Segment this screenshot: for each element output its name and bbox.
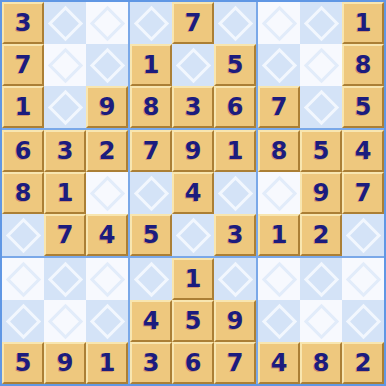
cell-r2c9: 8 — [342, 44, 384, 86]
block-3: 1875 — [258, 2, 384, 128]
cell-r8c7[interactable] — [258, 300, 300, 342]
cell-r9c7: 4 — [258, 342, 300, 384]
cell-r9c6: 7 — [214, 342, 256, 384]
cell-r7c9[interactable] — [342, 258, 384, 300]
cell-r6c1[interactable] — [2, 214, 44, 256]
cell-r2c2[interactable] — [44, 44, 86, 86]
cell-r2c6: 5 — [214, 44, 256, 86]
cell-r5c4[interactable] — [130, 172, 172, 214]
cell-r8c8[interactable] — [300, 300, 342, 342]
cell-r6c4: 5 — [130, 214, 172, 256]
cell-r3c9: 5 — [342, 86, 384, 128]
block-6: 8549712 — [258, 130, 384, 256]
cell-r4c2: 3 — [44, 130, 86, 172]
cell-r1c1: 3 — [2, 2, 44, 44]
cell-r7c4[interactable] — [130, 258, 172, 300]
cell-r1c9: 1 — [342, 2, 384, 44]
cell-r2c4: 1 — [130, 44, 172, 86]
cell-r5c2: 1 — [44, 172, 86, 214]
cell-r3c1: 1 — [2, 86, 44, 128]
cell-r3c8[interactable] — [300, 86, 342, 128]
cell-r1c4[interactable] — [130, 2, 172, 44]
cell-r1c7[interactable] — [258, 2, 300, 44]
cell-r9c2: 9 — [44, 342, 86, 384]
cell-r2c3[interactable] — [86, 44, 128, 86]
sudoku-board: 3719 715836 1875 6328174 791453 8549712 … — [0, 0, 386, 386]
cell-r6c9[interactable] — [342, 214, 384, 256]
cell-r9c9: 2 — [342, 342, 384, 384]
cell-r6c6: 3 — [214, 214, 256, 256]
cell-r7c5: 1 — [172, 258, 214, 300]
cell-r6c3: 4 — [86, 214, 128, 256]
cell-r5c3[interactable] — [86, 172, 128, 214]
block-7: 591 — [2, 258, 128, 384]
cell-r7c1[interactable] — [2, 258, 44, 300]
cell-r5c9: 7 — [342, 172, 384, 214]
cell-r1c6[interactable] — [214, 2, 256, 44]
cell-r8c4: 4 — [130, 300, 172, 342]
cell-r1c3[interactable] — [86, 2, 128, 44]
cell-r7c3[interactable] — [86, 258, 128, 300]
cell-r3c5: 3 — [172, 86, 214, 128]
cell-r6c5[interactable] — [172, 214, 214, 256]
cell-r5c5: 4 — [172, 172, 214, 214]
cell-r6c7: 1 — [258, 214, 300, 256]
cell-r4c6: 1 — [214, 130, 256, 172]
cell-r3c3: 9 — [86, 86, 128, 128]
cell-r7c8[interactable] — [300, 258, 342, 300]
block-1: 3719 — [2, 2, 128, 128]
cell-r8c6: 9 — [214, 300, 256, 342]
cell-r7c2[interactable] — [44, 258, 86, 300]
cell-r9c5: 6 — [172, 342, 214, 384]
cell-r8c5: 5 — [172, 300, 214, 342]
block-5: 791453 — [130, 130, 256, 256]
cell-r8c3[interactable] — [86, 300, 128, 342]
cell-r2c5[interactable] — [172, 44, 214, 86]
cell-r6c2: 7 — [44, 214, 86, 256]
block-4: 6328174 — [2, 130, 128, 256]
cell-r8c1[interactable] — [2, 300, 44, 342]
cell-r9c4: 3 — [130, 342, 172, 384]
cell-r7c6[interactable] — [214, 258, 256, 300]
cell-r4c3: 2 — [86, 130, 128, 172]
cell-r1c2[interactable] — [44, 2, 86, 44]
block-9: 482 — [258, 258, 384, 384]
cell-r4c8: 5 — [300, 130, 342, 172]
cell-r8c2[interactable] — [44, 300, 86, 342]
cell-r4c7: 8 — [258, 130, 300, 172]
cell-r7c7[interactable] — [258, 258, 300, 300]
cell-r5c8: 9 — [300, 172, 342, 214]
cell-r5c7[interactable] — [258, 172, 300, 214]
cell-r1c8[interactable] — [300, 2, 342, 44]
cell-r4c5: 9 — [172, 130, 214, 172]
cell-r3c6: 6 — [214, 86, 256, 128]
cell-r9c8: 8 — [300, 342, 342, 384]
cell-r2c1: 7 — [2, 44, 44, 86]
block-2: 715836 — [130, 2, 256, 128]
cell-r8c9[interactable] — [342, 300, 384, 342]
cell-r9c1: 5 — [2, 342, 44, 384]
cell-r4c1: 6 — [2, 130, 44, 172]
cell-r9c3: 1 — [86, 342, 128, 384]
cell-r6c8: 2 — [300, 214, 342, 256]
cell-r3c2[interactable] — [44, 86, 86, 128]
cell-r4c9: 4 — [342, 130, 384, 172]
cell-r5c1: 8 — [2, 172, 44, 214]
cell-r1c5: 7 — [172, 2, 214, 44]
cell-r3c4: 8 — [130, 86, 172, 128]
cell-r2c7[interactable] — [258, 44, 300, 86]
cell-r3c7: 7 — [258, 86, 300, 128]
cell-r2c8[interactable] — [300, 44, 342, 86]
cell-r4c4: 7 — [130, 130, 172, 172]
block-8: 1459367 — [130, 258, 256, 384]
cell-r5c6[interactable] — [214, 172, 256, 214]
